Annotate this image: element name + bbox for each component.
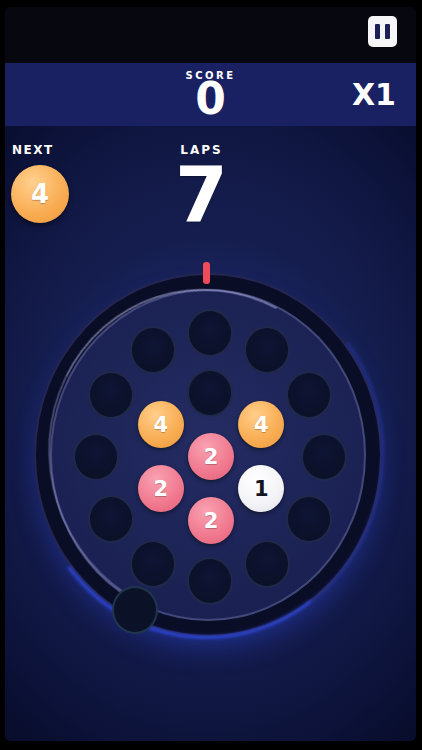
hole-outer-60 <box>286 371 332 419</box>
board-surface[interactable]: 241224 <box>50 289 366 621</box>
score-bar: SCORE 0 X1 <box>5 63 416 126</box>
app-root: SCORE 0 X1 NEXT 4 LAPS 7 241224 <box>0 0 422 750</box>
ball-value: 2 <box>204 509 219 533</box>
hole-outer-150 <box>244 540 290 588</box>
hole-outer-30 <box>244 326 290 374</box>
ball-2-inner-180: 2 <box>188 497 234 544</box>
hole-outer-120 <box>286 495 332 543</box>
hole-outer-90 <box>301 433 347 481</box>
ball-1-inner-120: 1 <box>238 465 284 512</box>
ball-4-inner-300: 4 <box>138 401 184 448</box>
hole-outer-240 <box>88 495 134 543</box>
hole-outer-210 <box>130 540 176 588</box>
hole-inner-180: 2 <box>187 497 233 545</box>
ball-value: 4 <box>254 413 269 437</box>
ball-value: 4 <box>153 413 168 437</box>
pause-button[interactable] <box>368 16 397 47</box>
laps-block: LAPS 7 <box>5 143 398 231</box>
hole-outer-0 <box>187 309 233 357</box>
ball-value: 1 <box>254 477 269 501</box>
laps-counter: 7 <box>5 159 398 231</box>
game-screen: SCORE 0 X1 NEXT 4 LAPS 7 241224 <box>5 7 416 741</box>
ball-value: 2 <box>204 445 219 469</box>
pause-icon <box>375 24 380 39</box>
hole-inner-60: 4 <box>237 401 283 449</box>
top-bar <box>5 7 416 63</box>
hole-outer-270 <box>73 433 119 481</box>
hole-outer-300 <box>88 371 134 419</box>
hole-inner-120: 1 <box>237 465 283 513</box>
rotation-tick-marker <box>203 262 210 284</box>
hole-outer-330 <box>130 326 176 374</box>
hole-inner-300: 4 <box>137 401 183 449</box>
hole-center-0: 2 <box>187 433 233 481</box>
ball-2-center-0: 2 <box>188 433 234 480</box>
hole-inner-0 <box>187 369 233 417</box>
ball-value: 2 <box>153 477 168 501</box>
hole-inner-240: 2 <box>137 465 183 513</box>
ball-2-inner-240: 2 <box>138 465 184 512</box>
pause-icon <box>385 24 390 39</box>
ball-4-inner-60: 4 <box>238 401 284 448</box>
hole-outer-180 <box>187 557 233 605</box>
multiplier-badge: X1 <box>352 77 396 112</box>
